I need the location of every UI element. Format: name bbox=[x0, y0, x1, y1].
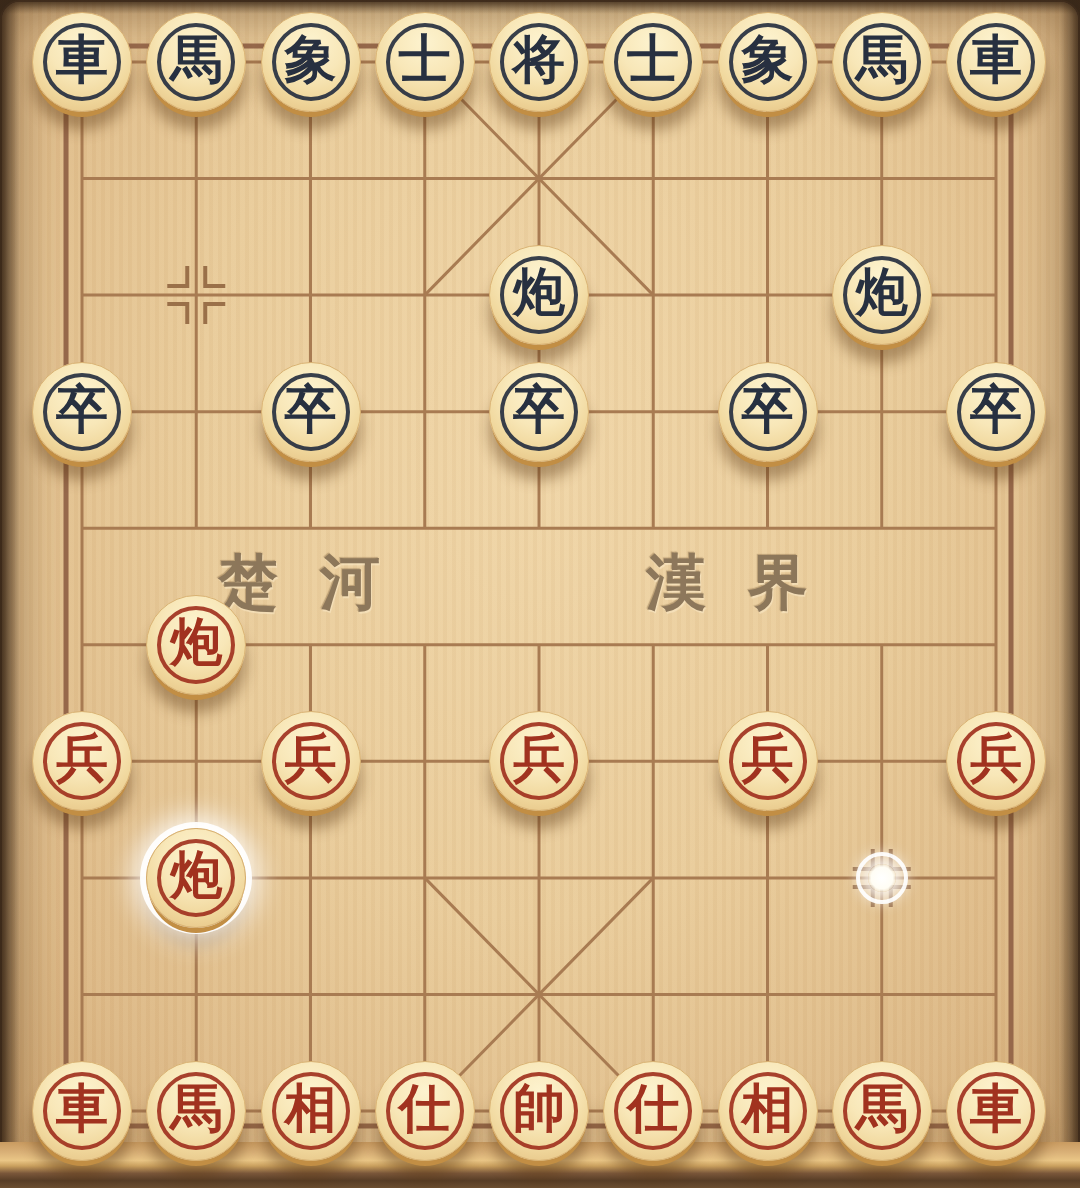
piece-character: 馬 bbox=[146, 1061, 246, 1161]
piece-black-cannon[interactable]: 炮 bbox=[489, 245, 589, 345]
piece-black-soldier[interactable]: 卒 bbox=[946, 362, 1046, 462]
piece-character: 卒 bbox=[32, 362, 132, 462]
piece-character: 兵 bbox=[718, 711, 818, 811]
piece-red-chariot[interactable]: 車 bbox=[32, 1061, 132, 1161]
piece-red-horse[interactable]: 馬 bbox=[146, 1061, 246, 1161]
piece-character: 卒 bbox=[718, 362, 818, 462]
piece-character: 炮 bbox=[489, 245, 589, 345]
piece-black-soldier[interactable]: 卒 bbox=[718, 362, 818, 462]
piece-character: 兵 bbox=[489, 711, 589, 811]
piece-red-cannon[interactable]: 炮 bbox=[146, 595, 246, 695]
piece-character: 相 bbox=[718, 1061, 818, 1161]
piece-character: 車 bbox=[946, 1061, 1046, 1161]
piece-character: 馬 bbox=[832, 1061, 932, 1161]
river-label-left: 楚河 bbox=[218, 543, 422, 624]
piece-red-soldier[interactable]: 兵 bbox=[489, 711, 589, 811]
piece-black-soldier[interactable]: 卒 bbox=[261, 362, 361, 462]
piece-red-soldier[interactable]: 兵 bbox=[261, 711, 361, 811]
piece-character: 兵 bbox=[946, 711, 1046, 811]
board-frame-left bbox=[0, 0, 20, 1188]
piece-black-horse[interactable]: 馬 bbox=[832, 12, 932, 112]
piece-character: 卒 bbox=[489, 362, 589, 462]
piece-character: 炮 bbox=[146, 828, 246, 928]
piece-red-chariot[interactable]: 車 bbox=[946, 1061, 1046, 1161]
piece-character: 兵 bbox=[261, 711, 361, 811]
xiangqi-board: 楚河 漢界 車馬象士将士象馬車炮炮卒卒卒卒卒炮兵兵兵兵兵炮車馬相仕帥仕相馬車 bbox=[0, 0, 1080, 1188]
piece-character: 馬 bbox=[832, 12, 932, 112]
piece-character: 車 bbox=[32, 1061, 132, 1161]
piece-black-soldier[interactable]: 卒 bbox=[489, 362, 589, 462]
piece-character: 車 bbox=[32, 12, 132, 112]
piece-black-general[interactable]: 将 bbox=[489, 12, 589, 112]
piece-black-chariot[interactable]: 車 bbox=[946, 12, 1046, 112]
piece-red-general[interactable]: 帥 bbox=[489, 1061, 589, 1161]
piece-character: 馬 bbox=[146, 12, 246, 112]
piece-character: 仕 bbox=[603, 1061, 703, 1161]
piece-character: 炮 bbox=[146, 595, 246, 695]
piece-character: 相 bbox=[261, 1061, 361, 1161]
piece-red-cannon[interactable]: 炮 bbox=[146, 828, 246, 928]
piece-character: 象 bbox=[718, 12, 818, 112]
river-label-right: 漢界 bbox=[646, 543, 850, 624]
piece-character: 帥 bbox=[489, 1061, 589, 1161]
piece-black-elephant[interactable]: 象 bbox=[261, 12, 361, 112]
piece-red-advisor[interactable]: 仕 bbox=[603, 1061, 703, 1161]
piece-black-advisor[interactable]: 士 bbox=[375, 12, 475, 112]
piece-character: 士 bbox=[375, 12, 475, 112]
piece-red-advisor[interactable]: 仕 bbox=[375, 1061, 475, 1161]
piece-character: 兵 bbox=[32, 711, 132, 811]
piece-character: 車 bbox=[946, 12, 1046, 112]
piece-character: 象 bbox=[261, 12, 361, 112]
piece-black-elephant[interactable]: 象 bbox=[718, 12, 818, 112]
piece-character: 将 bbox=[489, 12, 589, 112]
piece-black-advisor[interactable]: 士 bbox=[603, 12, 703, 112]
piece-red-soldier[interactable]: 兵 bbox=[718, 711, 818, 811]
piece-character: 仕 bbox=[375, 1061, 475, 1161]
piece-character: 卒 bbox=[946, 362, 1046, 462]
last-move-origin-marker bbox=[854, 850, 910, 906]
piece-red-elephant[interactable]: 相 bbox=[261, 1061, 361, 1161]
piece-red-soldier[interactable]: 兵 bbox=[946, 711, 1046, 811]
board-frame-right bbox=[1060, 0, 1080, 1188]
piece-character: 士 bbox=[603, 12, 703, 112]
piece-red-elephant[interactable]: 相 bbox=[718, 1061, 818, 1161]
origin-glow bbox=[868, 864, 896, 892]
piece-black-soldier[interactable]: 卒 bbox=[32, 362, 132, 462]
piece-character: 卒 bbox=[261, 362, 361, 462]
piece-red-soldier[interactable]: 兵 bbox=[32, 711, 132, 811]
piece-black-horse[interactable]: 馬 bbox=[146, 12, 246, 112]
piece-black-cannon[interactable]: 炮 bbox=[832, 245, 932, 345]
piece-red-horse[interactable]: 馬 bbox=[832, 1061, 932, 1161]
piece-black-chariot[interactable]: 車 bbox=[32, 12, 132, 112]
piece-character: 炮 bbox=[832, 245, 932, 345]
